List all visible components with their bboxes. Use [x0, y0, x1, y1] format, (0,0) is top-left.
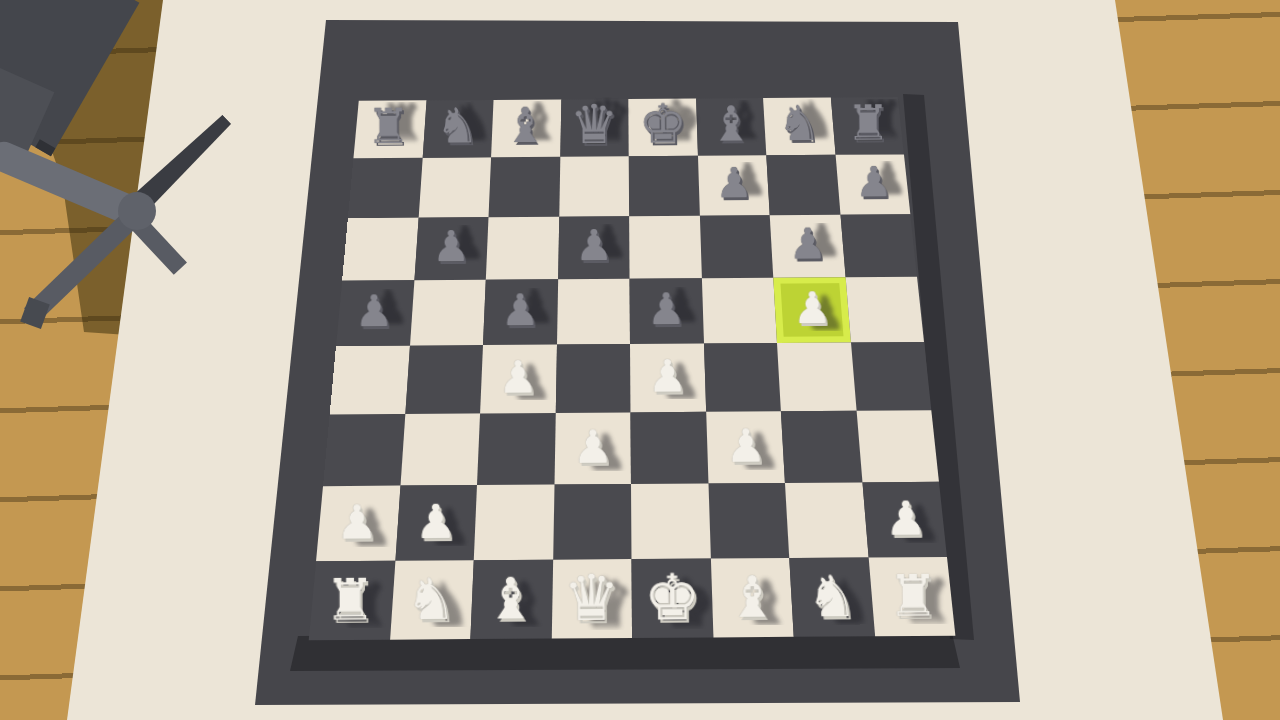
square-h1[interactable]: ♜: [868, 557, 955, 636]
square-c5[interactable]: ♟: [483, 279, 558, 345]
black-bishop-c8[interactable]: ♝: [504, 101, 548, 150]
square-a8[interactable]: ♜: [353, 100, 426, 158]
square-g7[interactable]: [766, 155, 840, 215]
black-rook-a8[interactable]: ♜: [367, 102, 411, 151]
square-b1[interactable]: ♞: [390, 560, 474, 639]
square-a5[interactable]: ♟: [336, 280, 414, 346]
black-knight-b8[interactable]: ♞: [436, 101, 480, 150]
black-knight-g8[interactable]: ♞: [778, 99, 822, 148]
square-e1[interactable]: ♚: [632, 559, 713, 638]
white-pawn-a2[interactable]: ♟: [336, 498, 378, 545]
square-c3[interactable]: [477, 413, 555, 485]
square-g3[interactable]: [781, 411, 862, 483]
square-d6[interactable]: ♟: [558, 216, 630, 279]
white-pawn-g5[interactable]: ♟: [793, 286, 833, 330]
square-d1[interactable]: ♛: [551, 559, 632, 638]
square-f4[interactable]: [703, 343, 780, 412]
fallen-office-chair: [0, 0, 300, 380]
black-pawn-b6[interactable]: ♟: [431, 225, 470, 268]
black-rook-h8[interactable]: ♜: [846, 98, 890, 147]
white-king-e1[interactable]: ♚: [643, 565, 700, 629]
square-h3[interactable]: [856, 410, 939, 482]
black-pawn-g6[interactable]: ♟: [788, 222, 827, 265]
square-d4[interactable]: [555, 344, 630, 413]
square-h5[interactable]: [845, 277, 924, 343]
square-g8[interactable]: ♞: [763, 98, 835, 156]
square-b8[interactable]: ♞: [422, 100, 493, 158]
square-g2[interactable]: [785, 482, 868, 558]
square-a4[interactable]: [330, 346, 410, 415]
game-scene: ♜♞♝♛♚♝♞♜♟♟♟♟♟♟♟♟♟♟♟♟♟♟♟♟♜♞♝♛♚♝♞♜: [0, 0, 1280, 720]
square-d7[interactable]: [559, 156, 629, 216]
square-e2[interactable]: [631, 483, 710, 559]
square-d3[interactable]: ♟: [554, 412, 631, 484]
square-f5[interactable]: [701, 278, 777, 344]
white-rook-a1[interactable]: ♜: [325, 571, 376, 628]
square-e4[interactable]: ♟: [630, 343, 706, 412]
square-e6[interactable]: [629, 216, 701, 279]
white-bishop-f1[interactable]: ♝: [727, 568, 778, 625]
square-g5[interactable]: ♟: [773, 277, 850, 343]
black-pawn-h7[interactable]: ♟: [854, 161, 892, 203]
square-c8[interactable]: ♝: [491, 99, 561, 157]
white-pawn-d3[interactable]: ♟: [572, 424, 613, 470]
square-h7[interactable]: ♟: [835, 154, 910, 214]
black-pawn-c5[interactable]: ♟: [500, 288, 539, 332]
square-b3[interactable]: [400, 413, 480, 485]
square-c2[interactable]: [474, 485, 554, 561]
chair-hub: [118, 192, 156, 230]
square-a2[interactable]: ♟: [316, 486, 400, 562]
white-pawn-h2[interactable]: ♟: [884, 495, 927, 542]
square-d8[interactable]: ♛: [560, 99, 629, 157]
square-g6[interactable]: ♟: [770, 215, 845, 278]
white-pawn-c4[interactable]: ♟: [498, 354, 538, 399]
square-b7[interactable]: [418, 157, 491, 217]
square-f6[interactable]: [699, 215, 773, 278]
square-e7[interactable]: [629, 156, 700, 216]
square-b4[interactable]: [405, 345, 483, 414]
white-pawn-f3[interactable]: ♟: [725, 423, 766, 469]
square-d2[interactable]: [553, 484, 632, 560]
square-h6[interactable]: [840, 214, 917, 277]
black-pawn-f7[interactable]: ♟: [715, 162, 753, 204]
square-g1[interactable]: ♞: [789, 557, 874, 636]
square-e3[interactable]: [630, 412, 707, 484]
square-f3[interactable]: ♟: [706, 411, 785, 483]
black-queen-d8[interactable]: ♛: [570, 97, 619, 151]
square-c7[interactable]: [488, 157, 559, 217]
black-bishop-f8[interactable]: ♝: [709, 99, 753, 148]
black-king-e8[interactable]: ♚: [638, 96, 687, 150]
white-pawn-e4[interactable]: ♟: [647, 353, 687, 398]
white-rook-h1[interactable]: ♜: [887, 567, 939, 624]
white-bishop-c1[interactable]: ♝: [486, 569, 537, 626]
square-h8[interactable]: ♜: [830, 97, 904, 155]
square-f8[interactable]: ♝: [696, 98, 767, 156]
square-e5[interactable]: ♟: [630, 278, 704, 344]
square-f7[interactable]: ♟: [698, 155, 770, 215]
white-queen-d1[interactable]: ♛: [563, 566, 620, 630]
black-pawn-d6[interactable]: ♟: [574, 224, 613, 267]
square-a1[interactable]: ♜: [309, 561, 395, 640]
square-c4[interactable]: ♟: [480, 345, 556, 414]
black-pawn-e5[interactable]: ♟: [647, 287, 687, 331]
square-a6[interactable]: [342, 218, 418, 281]
white-pawn-b2[interactable]: ♟: [414, 498, 456, 545]
square-g4[interactable]: [777, 342, 856, 411]
square-b6[interactable]: ♟: [414, 217, 489, 280]
white-knight-b1[interactable]: ♞: [405, 570, 456, 627]
square-h4[interactable]: [850, 342, 931, 411]
square-h2[interactable]: ♟: [862, 482, 947, 558]
square-b2[interactable]: ♟: [395, 485, 477, 561]
square-c1[interactable]: ♝: [470, 560, 552, 639]
square-b5[interactable]: [410, 280, 486, 346]
chess-board: ♜♞♝♛♚♝♞♜♟♟♟♟♟♟♟♟♟♟♟♟♟♟♟♟♜♞♝♛♚♝♞♜: [309, 97, 956, 640]
square-a3[interactable]: [323, 414, 405, 486]
square-f1[interactable]: ♝: [710, 558, 793, 637]
black-pawn-a5[interactable]: ♟: [354, 289, 393, 333]
square-e8[interactable]: ♚: [628, 98, 697, 156]
square-c6[interactable]: [486, 217, 559, 280]
square-f2[interactable]: [708, 483, 789, 559]
white-knight-g1[interactable]: ♞: [807, 567, 858, 624]
square-d5[interactable]: [557, 279, 630, 345]
square-a7[interactable]: [348, 158, 422, 218]
